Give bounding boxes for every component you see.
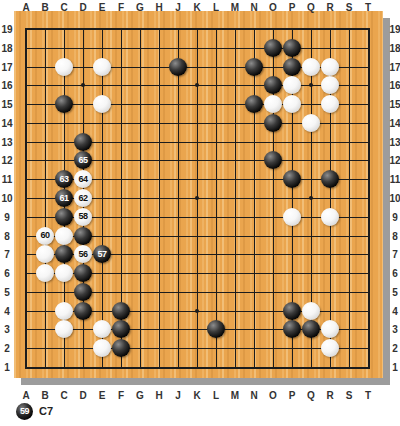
stone-C17	[55, 58, 73, 76]
move-number-label: 63	[59, 175, 68, 184]
stone-D13	[74, 133, 92, 151]
coord-label-top-P: P	[289, 2, 296, 13]
coord-label-bottom-K: K	[193, 390, 200, 401]
coord-label-left-8: 8	[4, 230, 10, 241]
coord-label-top-L: L	[213, 2, 219, 13]
coord-label-left-9: 9	[4, 211, 10, 222]
coord-label-bottom-T: T	[365, 390, 371, 401]
coord-label-left-11: 11	[2, 174, 13, 185]
coord-label-left-7: 7	[4, 249, 10, 260]
stone-P4	[283, 302, 301, 320]
coord-label-bottom-B: B	[41, 390, 48, 401]
coord-label-bottom-Q: Q	[307, 390, 315, 401]
coord-label-left-4: 4	[4, 305, 10, 316]
stone-P9	[283, 208, 301, 226]
stone-D9: 58	[74, 208, 92, 226]
coord-label-top-H: H	[155, 2, 162, 13]
coord-label-right-7: 7	[392, 249, 398, 260]
coord-label-right-16: 16	[389, 80, 400, 91]
coord-label-top-F: F	[118, 2, 124, 13]
coord-label-right-2: 2	[392, 343, 398, 354]
coord-label-top-O: O	[269, 2, 277, 13]
stone-C15	[55, 95, 73, 113]
move-number-label: 65	[78, 156, 87, 165]
coord-label-bottom-H: H	[155, 390, 162, 401]
last-move-caption: 59 C7	[16, 402, 53, 420]
coord-label-bottom-F: F	[118, 390, 124, 401]
stone-D6	[74, 264, 92, 282]
black-stone-icon: 59	[16, 403, 33, 420]
coord-label-right-10: 10	[389, 193, 400, 204]
stone-C4	[55, 302, 73, 320]
coord-label-right-12: 12	[389, 155, 400, 166]
stone-D10: 62	[74, 189, 92, 207]
grid-line	[349, 29, 350, 367]
coord-label-right-19: 19	[389, 24, 400, 35]
coord-label-left-15: 15	[1, 99, 12, 110]
stone-R17	[321, 58, 339, 76]
coord-label-bottom-J: J	[175, 390, 181, 401]
stone-P17	[283, 58, 301, 76]
move-number-label: 58	[78, 212, 87, 221]
stone-O18	[264, 39, 282, 57]
stone-C10: 61	[55, 189, 73, 207]
move-number-label: 62	[78, 194, 87, 203]
coord-label-top-T: T	[365, 2, 371, 13]
coord-label-top-D: D	[79, 2, 86, 13]
coord-label-top-R: R	[326, 2, 333, 13]
coord-label-left-10: 10	[1, 193, 12, 204]
coord-label-top-Q: Q	[307, 2, 315, 13]
star-point	[195, 196, 199, 200]
go-board[interactable]: 656364616258605657	[14, 11, 383, 378]
stone-Q4	[302, 302, 320, 320]
grid-line	[254, 29, 255, 367]
grid-line	[216, 29, 217, 367]
star-point	[309, 196, 313, 200]
coord-label-right-4: 4	[392, 305, 398, 316]
coord-label-bottom-D: D	[79, 390, 86, 401]
coord-label-bottom-R: R	[326, 390, 333, 401]
move-number-label: 57	[97, 250, 106, 259]
stone-C8	[55, 227, 73, 245]
coord-label-left-18: 18	[1, 42, 12, 53]
stone-P15	[283, 95, 301, 113]
coord-label-left-12: 12	[1, 155, 12, 166]
last-move-coord: C7	[39, 405, 53, 417]
stone-O15	[264, 95, 282, 113]
stone-B8: 60	[36, 227, 54, 245]
stone-P18	[283, 39, 301, 57]
coord-label-left-6: 6	[4, 268, 10, 279]
coord-label-right-8: 8	[392, 230, 398, 241]
go-diagram-page: 656364616258605657 AABBCCDDEEFFGGHHJJKKL…	[0, 0, 400, 426]
stone-E17	[93, 58, 111, 76]
coord-label-top-G: G	[136, 2, 144, 13]
stone-D8	[74, 227, 92, 245]
coord-label-right-3: 3	[392, 324, 398, 335]
coord-label-bottom-M: M	[231, 390, 239, 401]
coord-label-right-9: 9	[392, 211, 398, 222]
coord-label-left-3: 3	[4, 324, 10, 335]
coord-label-right-14: 14	[389, 117, 400, 128]
coord-label-top-B: B	[41, 2, 48, 13]
coord-label-left-19: 19	[1, 24, 12, 35]
coord-label-bottom-E: E	[99, 390, 106, 401]
coord-label-right-18: 18	[389, 42, 400, 53]
stone-O14	[264, 114, 282, 132]
coord-label-right-11: 11	[390, 174, 400, 185]
coord-label-left-13: 13	[1, 136, 12, 147]
coord-label-top-N: N	[250, 2, 257, 13]
coord-label-right-1: 1	[392, 362, 398, 373]
stone-B6	[36, 264, 54, 282]
stone-N17	[245, 58, 263, 76]
coord-label-top-J: J	[175, 2, 181, 13]
stone-E15	[93, 95, 111, 113]
coord-label-top-S: S	[346, 2, 353, 13]
coord-label-right-5: 5	[392, 286, 398, 297]
coord-label-bottom-G: G	[136, 390, 144, 401]
coord-label-left-16: 16	[1, 80, 12, 91]
coord-label-right-15: 15	[389, 99, 400, 110]
coord-label-right-6: 6	[392, 268, 398, 279]
coord-label-left-1: 1	[4, 362, 10, 373]
coord-label-top-K: K	[193, 2, 200, 13]
stone-Q14	[302, 114, 320, 132]
coord-label-left-2: 2	[4, 343, 10, 354]
move-number-label: 61	[59, 194, 68, 203]
move-number-label: 60	[40, 231, 49, 240]
move-number-label: 56	[78, 250, 87, 259]
coord-label-top-C: C	[60, 2, 67, 13]
stone-F4	[112, 302, 130, 320]
coord-label-bottom-L: L	[213, 390, 219, 401]
stone-R9	[321, 208, 339, 226]
stone-Q17	[302, 58, 320, 76]
coord-label-right-17: 17	[389, 61, 400, 72]
coord-label-right-13: 13	[389, 136, 400, 147]
coord-label-bottom-C: C	[60, 390, 67, 401]
stone-N15	[245, 95, 263, 113]
coord-label-top-A: A	[22, 2, 29, 13]
coord-label-bottom-S: S	[346, 390, 353, 401]
stone-D5	[74, 283, 92, 301]
stone-D4	[74, 302, 92, 320]
grid-line	[26, 348, 368, 349]
coord-label-bottom-P: P	[289, 390, 296, 401]
coord-label-bottom-O: O	[269, 390, 277, 401]
coord-label-bottom-N: N	[250, 390, 257, 401]
stone-C6	[55, 264, 73, 282]
coord-label-top-M: M	[231, 2, 239, 13]
coord-label-top-E: E	[99, 2, 106, 13]
stone-R15	[321, 95, 339, 113]
star-point	[195, 309, 199, 313]
coord-label-left-14: 14	[1, 117, 12, 128]
move-number-label: 64	[78, 175, 87, 184]
coord-label-left-5: 5	[4, 286, 10, 297]
coord-label-left-17: 17	[1, 61, 12, 72]
stone-C9	[55, 208, 73, 226]
stone-J17	[169, 58, 187, 76]
grid-line	[235, 29, 236, 367]
coord-label-bottom-A: A	[22, 390, 29, 401]
